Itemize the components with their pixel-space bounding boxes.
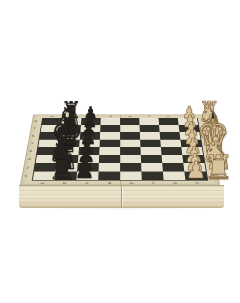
chess-scene: abcdefgh abcdefgh 87654321 87654321 ♜♞♝♛… xyxy=(0,0,240,303)
square-e2 xyxy=(160,140,181,148)
coordinate-label: g xyxy=(173,182,177,184)
square-h5 xyxy=(100,118,120,125)
square-d6 xyxy=(78,147,99,155)
square-b6 xyxy=(77,163,99,171)
coordinate-label: h xyxy=(186,115,190,117)
square-g4 xyxy=(120,125,140,132)
coordinate-label: 3 xyxy=(27,158,31,160)
coordinate-label: b xyxy=(63,182,67,184)
coordinate-label: e xyxy=(129,115,132,117)
square-a4 xyxy=(120,172,142,181)
square-g6 xyxy=(80,125,100,132)
square-f6 xyxy=(80,132,100,139)
square-d3 xyxy=(140,147,161,155)
coordinate-label: a xyxy=(50,115,53,117)
square-e8 xyxy=(38,140,59,148)
square-a2 xyxy=(163,172,186,181)
square-b5 xyxy=(99,163,120,171)
square-c3 xyxy=(141,155,162,163)
square-g8 xyxy=(41,125,62,132)
square-c2 xyxy=(162,155,184,163)
box-front-edge xyxy=(19,185,224,208)
square-d5 xyxy=(99,147,120,155)
square-d2 xyxy=(161,147,182,155)
square-c4 xyxy=(120,155,141,163)
square-f7 xyxy=(60,132,81,139)
square-f1 xyxy=(179,132,200,139)
square-f3 xyxy=(140,132,160,139)
coordinate-label: a xyxy=(41,182,45,184)
square-c6 xyxy=(78,155,99,163)
square-g7 xyxy=(61,125,81,132)
coordinate-label: 2 xyxy=(25,166,29,168)
square-f2 xyxy=(160,132,181,139)
square-e1 xyxy=(180,140,201,148)
square-h4 xyxy=(120,118,140,125)
coordinate-label: h xyxy=(195,182,199,184)
square-e5 xyxy=(100,140,120,148)
square-e7 xyxy=(59,140,80,148)
square-d4 xyxy=(120,147,141,155)
chess-board: abcdefgh abcdefgh 87654321 87654321 xyxy=(20,114,220,185)
square-e4 xyxy=(120,140,140,148)
coordinate-label: d xyxy=(107,182,111,184)
square-g3 xyxy=(140,125,160,132)
chess-set-photo: abcdefgh abcdefgh 87654321 87654321 ♜♞♝♛… xyxy=(0,0,240,303)
square-a7 xyxy=(55,172,78,181)
coordinate-label: 8 xyxy=(202,120,206,122)
square-c1 xyxy=(182,155,204,163)
square-h6 xyxy=(81,118,101,125)
coordinate-label: d xyxy=(109,115,112,117)
square-a1 xyxy=(184,172,207,181)
coordinate-label: 4 xyxy=(208,150,212,152)
board-fold-seam xyxy=(120,115,121,185)
box-hinge-seam-icon xyxy=(121,186,122,207)
square-h2 xyxy=(158,118,178,125)
square-f4 xyxy=(120,132,140,139)
square-b8 xyxy=(34,163,56,171)
coordinate-label: g xyxy=(166,115,170,117)
coordinate-label: 4 xyxy=(28,150,32,152)
square-f5 xyxy=(100,132,120,139)
square-a8 xyxy=(33,172,56,181)
square-f8 xyxy=(39,132,60,139)
square-b4 xyxy=(120,163,141,171)
coordinate-label: 2 xyxy=(210,166,214,168)
coordinate-label: f xyxy=(152,182,154,184)
coordinate-label: 6 xyxy=(31,135,35,137)
square-d7 xyxy=(58,147,79,155)
board-frame: abcdefgh abcdefgh 87654321 87654321 xyxy=(20,114,220,185)
coordinate-label: c xyxy=(90,115,93,117)
square-b2 xyxy=(162,163,184,171)
coordinate-label: c xyxy=(85,182,88,184)
square-b7 xyxy=(56,163,78,171)
square-a6 xyxy=(76,172,98,181)
coordinate-label: 5 xyxy=(206,142,210,144)
coordinate-label: e xyxy=(130,182,134,184)
square-c8 xyxy=(36,155,58,163)
square-d1 xyxy=(181,147,203,155)
coordinate-label: 8 xyxy=(34,120,38,122)
coordinate-label: 1 xyxy=(24,175,28,177)
white-king-finial-icon xyxy=(211,110,214,118)
square-c7 xyxy=(57,155,79,163)
coordinate-label: 7 xyxy=(204,127,208,129)
square-b3 xyxy=(141,163,163,171)
square-d8 xyxy=(37,147,59,155)
square-e6 xyxy=(79,140,100,148)
square-g5 xyxy=(100,125,120,132)
coordinate-label: 7 xyxy=(33,127,37,129)
square-a3 xyxy=(141,172,163,181)
square-h3 xyxy=(139,118,159,125)
square-e3 xyxy=(140,140,161,148)
square-h8 xyxy=(42,118,62,125)
coordinate-label: b xyxy=(70,115,74,117)
square-g2 xyxy=(159,125,179,132)
coordinate-label: 1 xyxy=(212,175,216,177)
coordinate-label: f xyxy=(148,115,150,117)
square-a5 xyxy=(98,172,120,181)
square-h1 xyxy=(178,118,198,125)
coordinate-label: 3 xyxy=(209,158,213,160)
square-h7 xyxy=(61,118,81,125)
coordinate-label: 5 xyxy=(30,142,34,144)
square-g1 xyxy=(179,125,200,132)
coordinate-label: 6 xyxy=(205,135,209,137)
square-c5 xyxy=(99,155,120,163)
square-b1 xyxy=(183,163,205,171)
